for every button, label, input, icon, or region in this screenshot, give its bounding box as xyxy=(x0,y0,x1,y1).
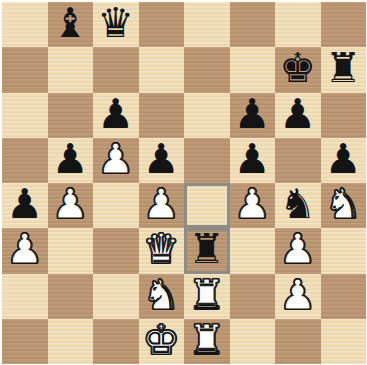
square-c6[interactable]: ♟ xyxy=(93,93,139,138)
piece-black-rook-h7[interactable]: ♜ xyxy=(325,48,362,89)
piece-black-pawn-b5[interactable]: ♟ xyxy=(52,139,89,180)
piece-white-queen-d3[interactable]: ♛ xyxy=(143,229,180,270)
square-b6[interactable] xyxy=(48,93,94,138)
square-a1[interactable] xyxy=(2,319,48,364)
piece-white-pawn-a3[interactable]: ♟ xyxy=(6,229,43,270)
square-a4[interactable]: ♟ xyxy=(2,183,48,228)
piece-white-pawn-b4[interactable]: ♟ xyxy=(52,184,89,225)
square-g8[interactable] xyxy=(275,2,321,47)
piece-black-pawn-d5[interactable]: ♟ xyxy=(143,139,180,180)
piece-white-pawn-c5[interactable]: ♟ xyxy=(97,139,134,180)
piece-white-knight-d2[interactable]: ♞ xyxy=(143,275,180,316)
piece-white-rook-e2[interactable]: ♜ xyxy=(188,275,225,316)
piece-black-pawn-a4[interactable]: ♟ xyxy=(6,184,43,225)
square-h8[interactable] xyxy=(321,2,367,47)
piece-black-pawn-h5[interactable]: ♟ xyxy=(325,139,362,180)
square-e1[interactable]: ♜ xyxy=(184,319,230,364)
square-b1[interactable] xyxy=(48,319,94,364)
chess-board: ♝♛♚♜♟♟♟♟♟♟♟♟♟♟♟♟♞♞♟♛♜♟♞♜♟♚♜ xyxy=(2,2,366,364)
square-b4[interactable]: ♟ xyxy=(48,183,94,228)
piece-black-king-g7[interactable]: ♚ xyxy=(279,48,316,89)
piece-white-knight-h4[interactable]: ♞ xyxy=(325,184,362,225)
square-h5[interactable]: ♟ xyxy=(321,138,367,183)
square-g7[interactable]: ♚ xyxy=(275,47,321,92)
piece-black-rook-e3[interactable]: ♜ xyxy=(188,229,225,270)
square-a3[interactable]: ♟ xyxy=(2,228,48,273)
square-d6[interactable] xyxy=(139,93,185,138)
square-h7[interactable]: ♜ xyxy=(321,47,367,92)
square-f1[interactable] xyxy=(230,319,276,364)
square-f8[interactable] xyxy=(230,2,276,47)
square-f4[interactable]: ♟ xyxy=(230,183,276,228)
square-d5[interactable]: ♟ xyxy=(139,138,185,183)
square-b5[interactable]: ♟ xyxy=(48,138,94,183)
square-f7[interactable] xyxy=(230,47,276,92)
square-d4[interactable]: ♟ xyxy=(139,183,185,228)
square-g1[interactable] xyxy=(275,319,321,364)
square-b7[interactable] xyxy=(48,47,94,92)
piece-black-bishop-b8[interactable]: ♝ xyxy=(52,3,89,44)
square-e2[interactable]: ♜ xyxy=(184,274,230,319)
square-g6[interactable]: ♟ xyxy=(275,93,321,138)
square-b8[interactable]: ♝ xyxy=(48,2,94,47)
square-c7[interactable] xyxy=(93,47,139,92)
square-c1[interactable] xyxy=(93,319,139,364)
square-e6[interactable] xyxy=(184,93,230,138)
square-h1[interactable] xyxy=(321,319,367,364)
piece-white-pawn-g3[interactable]: ♟ xyxy=(279,229,316,270)
square-b2[interactable] xyxy=(48,274,94,319)
piece-black-pawn-f5[interactable]: ♟ xyxy=(234,139,271,180)
square-a5[interactable] xyxy=(2,138,48,183)
square-d3[interactable]: ♛ xyxy=(139,228,185,273)
square-h3[interactable] xyxy=(321,228,367,273)
square-c5[interactable]: ♟ xyxy=(93,138,139,183)
piece-black-pawn-c6[interactable]: ♟ xyxy=(97,94,134,135)
square-e5[interactable] xyxy=(184,138,230,183)
square-f2[interactable] xyxy=(230,274,276,319)
square-e4[interactable] xyxy=(184,183,230,228)
square-f5[interactable]: ♟ xyxy=(230,138,276,183)
piece-white-king-d1[interactable]: ♚ xyxy=(143,320,180,361)
square-h6[interactable] xyxy=(321,93,367,138)
piece-black-pawn-g6[interactable]: ♟ xyxy=(279,94,316,135)
board-frame: ♝♛♚♜♟♟♟♟♟♟♟♟♟♟♟♟♞♞♟♛♜♟♞♜♟♚♜ xyxy=(0,0,367,365)
square-h4[interactable]: ♞ xyxy=(321,183,367,228)
square-a6[interactable] xyxy=(2,93,48,138)
piece-black-queen-c8[interactable]: ♛ xyxy=(97,3,134,44)
piece-black-knight-g4[interactable]: ♞ xyxy=(279,184,316,225)
square-d2[interactable]: ♞ xyxy=(139,274,185,319)
piece-white-rook-e1[interactable]: ♜ xyxy=(188,320,225,361)
square-a2[interactable] xyxy=(2,274,48,319)
square-d1[interactable]: ♚ xyxy=(139,319,185,364)
square-a7[interactable] xyxy=(2,47,48,92)
piece-white-pawn-f4[interactable]: ♟ xyxy=(234,184,271,225)
chess-app-window: ♝♛♚♜♟♟♟♟♟♟♟♟♟♟♟♟♞♞♟♛♜♟♞♜♟♚♜ xyxy=(0,0,367,365)
square-d8[interactable] xyxy=(139,2,185,47)
piece-white-pawn-d4[interactable]: ♟ xyxy=(143,184,180,225)
square-g2[interactable]: ♟ xyxy=(275,274,321,319)
square-c8[interactable]: ♛ xyxy=(93,2,139,47)
square-f3[interactable] xyxy=(230,228,276,273)
square-h2[interactable] xyxy=(321,274,367,319)
square-g3[interactable]: ♟ xyxy=(275,228,321,273)
square-e7[interactable] xyxy=(184,47,230,92)
square-c3[interactable] xyxy=(93,228,139,273)
square-e8[interactable] xyxy=(184,2,230,47)
square-a8[interactable] xyxy=(2,2,48,47)
square-f6[interactable]: ♟ xyxy=(230,93,276,138)
square-e3[interactable]: ♜ xyxy=(184,228,230,273)
piece-black-pawn-f6[interactable]: ♟ xyxy=(234,94,271,135)
square-g4[interactable]: ♞ xyxy=(275,183,321,228)
piece-white-pawn-g2[interactable]: ♟ xyxy=(279,275,316,316)
square-c4[interactable] xyxy=(93,183,139,228)
square-c2[interactable] xyxy=(93,274,139,319)
square-g5[interactable] xyxy=(275,138,321,183)
square-b3[interactable] xyxy=(48,228,94,273)
square-d7[interactable] xyxy=(139,47,185,92)
